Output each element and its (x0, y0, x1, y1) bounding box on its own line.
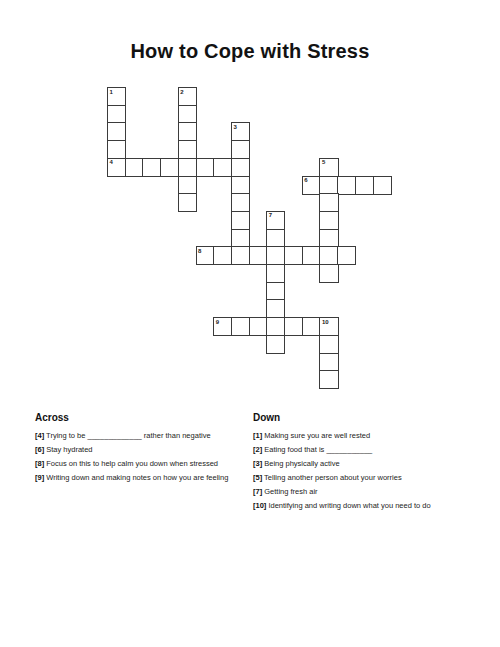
grid-cell-r4c6[interactable] (213, 158, 232, 177)
grid-cell-r5c7[interactable] (231, 176, 250, 195)
grid-cell-r7c12[interactable] (319, 211, 338, 230)
grid-cell-r9c8[interactable] (249, 246, 268, 265)
grid-cell-r11c9[interactable] (266, 282, 285, 301)
grid-cell-r0c0[interactable]: 1 (107, 87, 126, 106)
grid-cell-r12c9[interactable] (266, 299, 285, 318)
grid-cell-r4c12[interactable]: 5 (319, 158, 338, 177)
grid-cell-r5c4[interactable] (178, 176, 197, 195)
grid-cell-r4c1[interactable] (125, 158, 144, 177)
grid-cell-r4c5[interactable] (196, 158, 215, 177)
grid-cell-r7c7[interactable] (231, 211, 250, 230)
cell-number-1: 1 (110, 89, 113, 95)
cell-number-7: 7 (269, 212, 272, 218)
cell-number-10: 10 (322, 319, 329, 325)
puzzle-title: How to Cope with Stress (0, 40, 500, 63)
clue-number-down-2: [2] (253, 445, 262, 454)
grid-cell-r9c12[interactable] (319, 246, 338, 265)
across-clues-section: Across [4] Trying to be _____________ ra… (35, 412, 232, 487)
grid-cell-r8c12[interactable] (319, 229, 338, 248)
grid-cell-r9c9[interactable] (266, 246, 285, 265)
clue-number-across-9: [9] (35, 473, 44, 482)
grid-cell-r6c12[interactable] (319, 193, 338, 212)
clue-across-6: [6] Stay hydrated (35, 445, 232, 455)
cell-number-8: 8 (198, 248, 201, 254)
clue-down-3: [3] Being physically active (253, 459, 465, 469)
grid-cell-r9c7[interactable] (231, 246, 250, 265)
clue-number-across-6: [6] (35, 445, 44, 454)
grid-cell-r8c7[interactable] (231, 229, 250, 248)
grid-cell-r2c7[interactable]: 3 (231, 122, 250, 141)
grid-cell-r6c4[interactable] (178, 193, 197, 212)
grid-cell-r4c4[interactable] (178, 158, 197, 177)
grid-cell-r13c8[interactable] (249, 317, 268, 336)
clue-down-7: [7] Getting fresh air (253, 487, 465, 497)
clue-number-down-3: [3] (253, 459, 262, 468)
grid-cell-r6c7[interactable] (231, 193, 250, 212)
clue-number-down-7: [7] (253, 487, 262, 496)
grid-cell-r10c12[interactable] (319, 264, 338, 283)
grid-cell-r13c10[interactable] (284, 317, 303, 336)
down-header: Down (253, 412, 465, 423)
grid-cell-r13c11[interactable] (302, 317, 321, 336)
grid-cell-r4c2[interactable] (142, 158, 161, 177)
cell-number-6: 6 (304, 177, 307, 183)
clue-number-across-4: [4] (35, 431, 44, 440)
clue-down-5: [5] Telling another person about your wo… (253, 473, 465, 483)
clue-across-9: [9] Writing down and making notes on how… (35, 473, 232, 483)
grid-cell-r8c9[interactable] (266, 229, 285, 248)
grid-cell-r2c0[interactable] (107, 122, 126, 141)
grid-cell-r14c9[interactable] (266, 335, 285, 354)
across-clue-list: [4] Trying to be _____________ rather th… (35, 431, 232, 483)
grid-cell-r16c12[interactable] (319, 370, 338, 389)
grid-cell-r15c12[interactable] (319, 353, 338, 372)
cell-number-2: 2 (180, 89, 183, 95)
grid-cell-r3c7[interactable] (231, 140, 250, 159)
grid-cell-r5c12[interactable] (319, 176, 338, 195)
grid-cell-r5c14[interactable] (355, 176, 374, 195)
clue-down-2: [2] Eating food that is ___________ (253, 445, 465, 455)
grid-cell-r4c3[interactable] (160, 158, 179, 177)
grid-cell-r13c6[interactable]: 9 (213, 317, 232, 336)
grid-cell-r5c15[interactable] (373, 176, 392, 195)
grid-cell-r9c11[interactable] (302, 246, 321, 265)
grid-cell-r13c7[interactable] (231, 317, 250, 336)
grid-cell-r9c5[interactable]: 8 (196, 246, 215, 265)
clue-number-down-5: [5] (253, 473, 262, 482)
grid-cell-r3c4[interactable] (178, 140, 197, 159)
crossword-grid: 12345678910 (107, 87, 393, 390)
grid-cell-r2c4[interactable] (178, 122, 197, 141)
across-header: Across (35, 412, 232, 423)
grid-cell-r1c4[interactable] (178, 105, 197, 124)
clue-number-across-8: [8] (35, 459, 44, 468)
clue-down-1: [1] Making sure you are well rested (253, 431, 465, 441)
grid-cell-r5c13[interactable] (337, 176, 356, 195)
clue-across-4: [4] Trying to be _____________ rather th… (35, 431, 232, 441)
grid-cell-r1c0[interactable] (107, 105, 126, 124)
clue-number-down-1: [1] (253, 431, 262, 440)
cell-number-3: 3 (233, 124, 236, 130)
grid-cell-r9c10[interactable] (284, 246, 303, 265)
grid-cell-r4c0[interactable]: 4 (107, 158, 126, 177)
grid-cell-r9c6[interactable] (213, 246, 232, 265)
cell-number-9: 9 (216, 319, 219, 325)
cell-number-4: 4 (110, 159, 113, 165)
grid-cell-r13c9[interactable] (266, 317, 285, 336)
grid-cell-r7c9[interactable]: 7 (266, 211, 285, 230)
clue-number-down-10: [10] (253, 501, 266, 510)
cell-number-5: 5 (322, 159, 325, 165)
down-clues-section: Down [1] Making sure you are well rested… (253, 412, 465, 515)
grid-cell-r4c7[interactable] (231, 158, 250, 177)
grid-cell-r3c0[interactable] (107, 140, 126, 159)
clue-down-10: [10] Identifying and writing down what y… (253, 501, 465, 511)
clue-across-8: [8] Focus on this to help calm you down … (35, 459, 232, 469)
grid-cell-r0c4[interactable]: 2 (178, 87, 197, 106)
grid-cell-r5c11[interactable]: 6 (302, 176, 321, 195)
grid-cell-r9c13[interactable] (337, 246, 356, 265)
crossword-page: How to Cope with Stress 12345678910 Acro… (0, 0, 500, 647)
grid-cell-r13c12[interactable]: 10 (319, 317, 338, 336)
grid-cell-r14c12[interactable] (319, 335, 338, 354)
grid-cell-r10c9[interactable] (266, 264, 285, 283)
down-clue-list: [1] Making sure you are well rested[2] E… (253, 431, 465, 511)
